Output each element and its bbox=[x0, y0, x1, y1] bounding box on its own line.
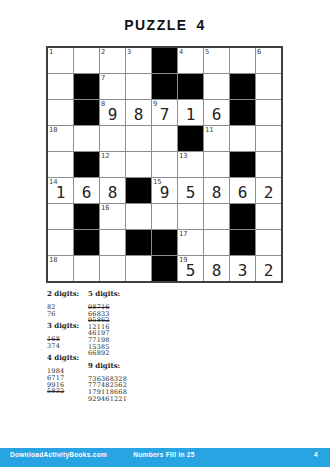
bank-header: 5 digits: bbox=[88, 290, 208, 298]
bank-number-76: 76 bbox=[47, 311, 88, 318]
bank-group-9digits: 9 digits:7363683287774825621791186689294… bbox=[88, 362, 208, 402]
bank-group-5digits: 5 digits:9871666833958621211646197771981… bbox=[88, 290, 208, 357]
clue-number-17: 17 bbox=[179, 230, 187, 238]
prefilled-digit: 1 bbox=[48, 178, 73, 203]
black-cell-r2c6 bbox=[178, 74, 203, 99]
grid-cell-r1c6[interactable]: 4 bbox=[178, 48, 203, 73]
grid-cell-r9c9[interactable]: 2 bbox=[256, 256, 281, 281]
grid-cell-r2c9[interactable] bbox=[256, 74, 281, 99]
grid-cell-r6c5[interactable]: 159 bbox=[152, 178, 177, 203]
grid-cell-r1c7[interactable]: 5 bbox=[204, 48, 229, 73]
bank-header: 3 digits: bbox=[47, 322, 88, 330]
grid-cell-r7c3[interactable]: 16 bbox=[100, 204, 125, 229]
black-cell-r2c2 bbox=[74, 74, 99, 99]
clue-number-18: 18 bbox=[49, 256, 57, 264]
grid-cell-r6c6[interactable]: 5 bbox=[178, 178, 203, 203]
footer-book-title: Numbers Fill In 25 bbox=[113, 451, 216, 458]
grid-cell-r5c4[interactable] bbox=[126, 152, 151, 177]
prefilled-digit: 6 bbox=[230, 178, 255, 203]
black-cell-r1c5 bbox=[152, 48, 177, 73]
footer-website: DownloadActivityBooks.com bbox=[10, 451, 113, 458]
black-cell-r8c5 bbox=[152, 230, 177, 255]
prefilled-digit: 9 bbox=[100, 100, 125, 125]
bank-group-2digits: 2 digits:8276 bbox=[47, 290, 88, 317]
grid-cell-r5c3[interactable]: 12 bbox=[100, 152, 125, 177]
grid-cell-r4c5[interactable] bbox=[152, 126, 177, 151]
puzzle-page: PUZZLE4 12345678989716101112131416815958… bbox=[0, 0, 330, 467]
grid-cell-r3c3[interactable]: 89 bbox=[100, 100, 125, 125]
clue-number-6: 6 bbox=[257, 48, 261, 56]
grid-cell-r3c1[interactable] bbox=[48, 100, 73, 125]
black-cell-r6c4 bbox=[126, 178, 151, 203]
black-cell-r2c8 bbox=[230, 74, 255, 99]
prefilled-digit: 8 bbox=[204, 178, 229, 203]
black-cell-r8c2 bbox=[74, 230, 99, 255]
grid-cell-r6c1[interactable]: 141 bbox=[48, 178, 73, 203]
black-cell-r8c4 bbox=[126, 230, 151, 255]
clue-number-16: 16 bbox=[101, 204, 109, 212]
bank-group-3digits: 3 digits:168374 bbox=[47, 322, 88, 349]
grid-cell-r6c9[interactable]: 2 bbox=[256, 178, 281, 203]
prefilled-digit: 9 bbox=[152, 178, 177, 203]
bank-number-66892: 66892 bbox=[88, 350, 208, 357]
grid-cell-r1c3[interactable]: 2 bbox=[100, 48, 125, 73]
clue-number-4: 4 bbox=[179, 48, 183, 56]
black-cell-r5c8 bbox=[230, 152, 255, 177]
bank-group-4digits: 4 digits:1984671799165832 bbox=[47, 354, 88, 394]
grid-cell-r7c1[interactable] bbox=[48, 204, 73, 229]
prefilled-digit: 6 bbox=[204, 100, 229, 125]
prefilled-digit: 6 bbox=[74, 178, 99, 203]
footer-page-number: 4 bbox=[215, 451, 318, 458]
grid-cell-r7c9[interactable] bbox=[256, 204, 281, 229]
black-cell-r7c2 bbox=[74, 204, 99, 229]
grid-cell-r5c5[interactable] bbox=[152, 152, 177, 177]
grid-cell-r1c8[interactable] bbox=[230, 48, 255, 73]
bank-header: 4 digits: bbox=[47, 354, 88, 362]
grid-cell-r7c7[interactable] bbox=[204, 204, 229, 229]
grid-cell-r5c9[interactable] bbox=[256, 152, 281, 177]
clue-number-10: 10 bbox=[49, 126, 57, 134]
number-bank: 2 digits:82763 digits:1683744 digits:198… bbox=[47, 290, 208, 407]
grid-cell-r9c7[interactable]: 8 bbox=[204, 256, 229, 281]
grid-cell-r8c7[interactable] bbox=[204, 230, 229, 255]
clue-number-11: 11 bbox=[205, 126, 213, 134]
prefilled-digit: 2 bbox=[256, 178, 281, 203]
grid-cell-r4c4[interactable] bbox=[126, 126, 151, 151]
clue-number-3: 3 bbox=[127, 48, 131, 56]
grid-cell-r9c8[interactable]: 3 bbox=[230, 256, 255, 281]
black-cell-r3c2 bbox=[74, 100, 99, 125]
prefilled-digit: 5 bbox=[178, 178, 203, 203]
page-title: PUZZLE4 bbox=[0, 17, 330, 33]
grid-cell-r3c4[interactable]: 8 bbox=[126, 100, 151, 125]
grid-cell-r5c7[interactable] bbox=[204, 152, 229, 177]
grid-cell-r3c6[interactable]: 1 bbox=[178, 100, 203, 125]
grid-cell-r1c4[interactable]: 3 bbox=[126, 48, 151, 73]
clue-number-13: 13 bbox=[179, 152, 187, 160]
grid-cell-r4c8[interactable] bbox=[230, 126, 255, 151]
prefilled-digit: 1 bbox=[178, 100, 203, 125]
black-cell-r4c6 bbox=[178, 126, 203, 151]
black-cell-r5c2 bbox=[74, 152, 99, 177]
grid-cell-r6c7[interactable]: 8 bbox=[204, 178, 229, 203]
bank-number-929461221: 929461221 bbox=[88, 396, 208, 403]
page-title-label: PUZZLE bbox=[124, 17, 187, 33]
grid-cell-r1c9[interactable]: 6 bbox=[256, 48, 281, 73]
clue-number-1: 1 bbox=[49, 48, 53, 56]
grid-cell-r3c5[interactable]: 97 bbox=[152, 100, 177, 125]
grid-cell-r4c2[interactable] bbox=[74, 126, 99, 151]
grid-cell-r9c1[interactable]: 18 bbox=[48, 256, 73, 281]
grid-cell-r6c8[interactable]: 6 bbox=[230, 178, 255, 203]
bank-header: 9 digits: bbox=[88, 362, 208, 370]
grid-cell-r4c3[interactable] bbox=[100, 126, 125, 151]
black-cell-r2c5 bbox=[152, 74, 177, 99]
page-title-number: 4 bbox=[197, 17, 206, 33]
grid-cell-r4c7[interactable]: 11 bbox=[204, 126, 229, 151]
prefilled-digit: 5 bbox=[178, 256, 203, 281]
grid-cell-r8c1[interactable] bbox=[48, 230, 73, 255]
grid-cell-r9c3[interactable] bbox=[100, 256, 125, 281]
black-cell-r8c8 bbox=[230, 230, 255, 255]
grid-cell-r8c3[interactable] bbox=[100, 230, 125, 255]
grid-cell-r2c7[interactable] bbox=[204, 74, 229, 99]
grid-cell-r8c6[interactable]: 17 bbox=[178, 230, 203, 255]
grid-cell-r1c1[interactable]: 1 bbox=[48, 48, 73, 73]
grid-cell-r7c5[interactable] bbox=[152, 204, 177, 229]
grid-cell-r6c2[interactable]: 6 bbox=[74, 178, 99, 203]
clue-number-7: 7 bbox=[101, 74, 105, 82]
grid-cell-r4c9[interactable] bbox=[256, 126, 281, 151]
puzzle-grid: 1234567898971610111213141681595862161718… bbox=[46, 46, 283, 283]
bank-column-1: 2 digits:82763 digits:1683744 digits:198… bbox=[47, 290, 88, 407]
prefilled-digit: 7 bbox=[152, 100, 177, 125]
bank-number-374: 374 bbox=[47, 343, 88, 350]
prefilled-digit: 2 bbox=[256, 256, 281, 281]
grid-cell-r9c2[interactable] bbox=[74, 256, 99, 281]
grid-cell-r2c1[interactable] bbox=[48, 74, 73, 99]
clue-number-5: 5 bbox=[205, 48, 209, 56]
grid-cell-r3c9[interactable] bbox=[256, 100, 281, 125]
prefilled-digit: 8 bbox=[100, 178, 125, 203]
grid-cell-r3c7[interactable]: 6 bbox=[204, 100, 229, 125]
black-cell-r9c5 bbox=[152, 256, 177, 281]
black-cell-r3c8 bbox=[230, 100, 255, 125]
grid-cell-r4c1[interactable]: 10 bbox=[48, 126, 73, 151]
grid-cell-r7c4[interactable] bbox=[126, 204, 151, 229]
grid-cell-r1c2[interactable] bbox=[74, 48, 99, 73]
bank-header: 2 digits: bbox=[47, 290, 88, 298]
grid-cell-r2c3[interactable]: 7 bbox=[100, 74, 125, 99]
bank-number-5832: 5832 bbox=[47, 388, 88, 395]
clue-number-2: 2 bbox=[101, 48, 105, 56]
prefilled-digit: 3 bbox=[230, 256, 255, 281]
grid-cell-r5c6[interactable]: 13 bbox=[178, 152, 203, 177]
black-cell-r7c8 bbox=[230, 204, 255, 229]
footer-bar: DownloadActivityBooks.com Numbers Fill I… bbox=[0, 448, 330, 467]
grid-cell-r5c1[interactable] bbox=[48, 152, 73, 177]
bank-column-2: 5 digits:9871666833958621211646197771981… bbox=[88, 290, 208, 407]
grid-cell-r2c4[interactable] bbox=[126, 74, 151, 99]
grid-cell-r9c4[interactable] bbox=[126, 256, 151, 281]
grid-cell-r7c6[interactable] bbox=[178, 204, 203, 229]
grid-cell-r6c3[interactable]: 8 bbox=[100, 178, 125, 203]
grid-cell-r9c6[interactable]: 195 bbox=[178, 256, 203, 281]
grid-cell-r8c9[interactable] bbox=[256, 230, 281, 255]
prefilled-digit: 8 bbox=[204, 256, 229, 281]
prefilled-digit: 8 bbox=[126, 100, 151, 125]
clue-number-12: 12 bbox=[101, 152, 109, 160]
